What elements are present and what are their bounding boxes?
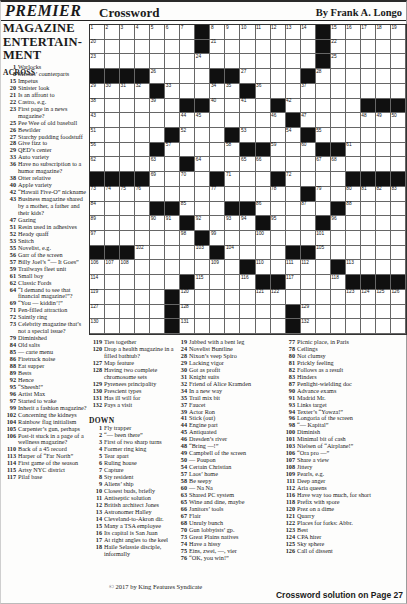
grid-cell[interactable]: 7 [180,25,195,40]
grid-cell[interactable] [301,99,316,114]
grid-cell[interactable] [391,305,406,320]
grid-cell[interactable]: 15 [331,25,346,40]
grid-cell[interactable]: 1 [90,25,105,40]
grid-cell[interactable] [271,40,286,55]
grid-cell[interactable] [331,99,346,114]
grid-cell[interactable] [346,305,361,320]
grid-cell[interactable] [150,305,165,320]
grid-cell[interactable]: 35 [225,84,240,99]
grid-cell[interactable] [150,290,165,305]
grid-cell[interactable] [240,54,255,69]
grid-cell[interactable] [240,231,255,246]
grid-cell[interactable]: 76 [135,187,150,202]
grid-cell[interactable]: 74 [105,187,120,202]
grid-cell[interactable]: 128 [180,305,195,320]
grid-cell[interactable] [225,40,240,55]
grid-cell[interactable]: 102 [135,246,150,261]
grid-cell[interactable] [271,69,286,84]
grid-cell[interactable]: 101 [316,231,331,246]
grid-cell[interactable] [346,157,361,172]
grid-cell[interactable]: 110 [256,260,271,275]
grid-cell[interactable] [225,305,240,320]
grid-cell[interactable]: 115 [195,275,210,290]
grid-cell[interactable]: 6 [165,25,180,40]
grid-cell[interactable] [376,260,391,275]
grid-cell[interactable]: 18 [376,25,391,40]
grid-cell[interactable] [376,216,391,231]
grid-cell[interactable] [331,290,346,305]
grid-cell[interactable] [376,128,391,143]
grid-cell[interactable] [180,187,195,202]
grid-cell[interactable] [391,143,406,158]
grid-cell[interactable] [376,246,391,261]
grid-cell[interactable] [346,216,361,231]
grid-cell[interactable]: 19 [391,25,406,40]
grid-cell[interactable]: 125 [376,290,391,305]
grid-cell[interactable]: 107 [105,260,120,275]
grid-cell[interactable] [346,54,361,69]
grid-cell[interactable] [376,84,391,99]
grid-cell[interactable] [376,54,391,69]
grid-cell[interactable] [120,319,135,334]
grid-cell[interactable] [225,187,240,202]
grid-cell[interactable] [165,113,180,128]
grid-cell[interactable]: 112 [301,260,316,275]
grid-cell[interactable] [391,319,406,334]
grid-cell[interactable] [195,260,210,275]
grid-cell[interactable] [225,319,240,334]
grid-cell[interactable] [286,202,301,217]
grid-cell[interactable] [180,143,195,158]
grid-cell[interactable] [135,216,150,231]
grid-cell[interactable]: 26 [150,69,165,84]
grid-cell[interactable] [150,260,165,275]
grid-cell[interactable]: 75 [120,187,135,202]
grid-cell[interactable]: 5 [150,25,165,40]
grid-cell[interactable]: 123 [346,290,361,305]
grid-cell[interactable]: 8 [210,25,225,40]
grid-cell[interactable] [301,40,316,55]
grid-cell[interactable] [150,128,165,143]
grid-cell[interactable] [210,128,225,143]
grid-cell[interactable]: 79 [316,187,331,202]
grid-cell[interactable]: 37 [301,84,316,99]
grid-cell[interactable] [165,99,180,114]
grid-cell[interactable]: 116 [240,275,255,290]
grid-cell[interactable]: 21 [210,40,225,55]
grid-cell[interactable] [195,319,210,334]
grid-cell[interactable]: 69 [150,172,165,187]
grid-cell[interactable] [120,113,135,128]
crossword-grid[interactable]: 1234567891011121314151617181920212223242… [89,24,407,335]
grid-cell[interactable] [165,69,180,84]
grid-cell[interactable] [120,275,135,290]
grid-cell[interactable] [346,231,361,246]
grid-cell[interactable]: 83 [391,187,406,202]
grid-cell[interactable] [346,69,361,84]
grid-cell[interactable]: 67 [316,157,331,172]
grid-cell[interactable]: 63 [150,157,165,172]
grid-cell[interactable]: 48 [361,113,376,128]
grid-cell[interactable]: 73 [90,187,105,202]
grid-cell[interactable] [165,231,180,246]
grid-cell[interactable]: 99 [210,231,225,246]
grid-cell[interactable]: 27 [240,69,255,84]
grid-cell[interactable] [195,69,210,84]
grid-cell[interactable]: 32 [135,84,150,99]
grid-cell[interactable]: 89 [90,216,105,231]
grid-cell[interactable]: 60 [301,143,316,158]
grid-cell[interactable]: 47 [301,113,316,128]
grid-cell[interactable] [301,231,316,246]
grid-cell[interactable] [105,202,120,217]
grid-cell[interactable] [316,172,331,187]
grid-cell[interactable]: 49 [376,113,391,128]
grid-cell[interactable]: 38 [90,99,105,114]
grid-cell[interactable]: 29 [90,84,105,99]
grid-cell[interactable] [271,54,286,69]
grid-cell[interactable] [376,69,391,84]
grid-cell[interactable] [361,319,376,334]
grid-cell[interactable] [240,290,255,305]
grid-cell[interactable]: 121 [256,290,271,305]
grid-cell[interactable] [165,172,180,187]
grid-cell[interactable] [331,69,346,84]
grid-cell[interactable] [256,187,271,202]
grid-cell[interactable] [120,40,135,55]
grid-cell[interactable]: 40 [210,99,225,114]
grid-cell[interactable]: 24 [195,54,210,69]
grid-cell[interactable]: 72 [286,172,301,187]
grid-cell[interactable]: 129 [301,305,316,320]
grid-cell[interactable]: 30 [105,84,120,99]
grid-cell[interactable]: 126 [391,290,406,305]
grid-cell[interactable] [331,113,346,128]
grid-cell[interactable] [376,202,391,217]
grid-cell[interactable] [256,113,271,128]
grid-cell[interactable] [271,319,286,334]
grid-cell[interactable]: 80 [346,187,361,202]
grid-cell[interactable]: 66 [256,157,271,172]
grid-cell[interactable] [225,157,240,172]
grid-cell[interactable]: 93 [225,216,240,231]
grid-cell[interactable] [105,275,120,290]
grid-cell[interactable] [301,290,316,305]
grid-cell[interactable]: 105 [316,246,331,261]
grid-cell[interactable]: 100 [256,231,271,246]
grid-cell[interactable] [316,113,331,128]
grid-cell[interactable]: 3 [120,25,135,40]
grid-cell[interactable] [391,231,406,246]
grid-cell[interactable] [256,319,271,334]
grid-cell[interactable]: 12 [271,25,286,40]
grid-cell[interactable] [210,275,225,290]
grid-cell[interactable]: 122 [271,290,286,305]
grid-cell[interactable]: 64 [195,157,210,172]
grid-cell[interactable] [271,157,286,172]
grid-cell[interactable] [210,319,225,334]
grid-cell[interactable] [256,99,271,114]
grid-cell[interactable]: 2 [105,25,120,40]
grid-cell[interactable] [210,54,225,69]
grid-cell[interactable]: 119 [90,290,105,305]
grid-cell[interactable] [225,231,240,246]
grid-cell[interactable] [150,113,165,128]
grid-cell[interactable] [256,69,271,84]
grid-cell[interactable] [195,143,210,158]
grid-cell[interactable]: 65 [240,157,255,172]
grid-cell[interactable]: 17 [361,25,376,40]
grid-cell[interactable] [150,187,165,202]
grid-cell[interactable] [316,290,331,305]
grid-cell[interactable] [391,157,406,172]
grid-cell[interactable] [180,54,195,69]
grid-cell[interactable]: 87 [301,202,316,217]
grid-cell[interactable] [331,172,346,187]
grid-cell[interactable] [286,40,301,55]
grid-cell[interactable] [225,290,240,305]
grid-cell[interactable] [331,128,346,143]
grid-cell[interactable] [150,40,165,55]
grid-cell[interactable]: 111 [286,260,301,275]
grid-cell[interactable] [105,290,120,305]
grid-cell[interactable] [331,305,346,320]
grid-cell[interactable] [105,143,120,158]
grid-cell[interactable]: 103 [195,246,210,261]
grid-cell[interactable] [105,157,120,172]
grid-cell[interactable] [286,69,301,84]
grid-cell[interactable] [316,275,331,290]
grid-cell[interactable] [376,231,391,246]
grid-cell[interactable] [240,113,255,128]
grid-cell[interactable]: 96 [331,216,346,231]
grid-cell[interactable] [361,260,376,275]
grid-cell[interactable]: 86 [256,202,271,217]
grid-cell[interactable]: 130 [90,319,105,334]
grid-cell[interactable]: 104 [225,246,240,261]
grid-cell[interactable] [361,231,376,246]
grid-cell[interactable] [346,128,361,143]
grid-cell[interactable] [120,99,135,114]
grid-cell[interactable]: 70 [180,172,195,187]
grid-cell[interactable] [180,260,195,275]
grid-cell[interactable]: 114 [90,275,105,290]
grid-cell[interactable]: 90 [150,216,165,231]
grid-cell[interactable] [391,84,406,99]
grid-cell[interactable] [316,260,331,275]
grid-cell[interactable] [316,319,331,334]
grid-cell[interactable] [256,305,271,320]
grid-cell[interactable] [286,290,301,305]
grid-cell[interactable] [165,54,180,69]
grid-cell[interactable] [316,84,331,99]
grid-cell[interactable] [150,246,165,261]
grid-cell[interactable] [316,99,331,114]
grid-cell[interactable] [331,246,346,261]
grid-cell[interactable]: 91 [165,216,180,231]
grid-cell[interactable] [286,143,301,158]
grid-cell[interactable]: 118 [331,275,346,290]
grid-cell[interactable]: 61 [346,143,361,158]
grid-cell[interactable] [150,319,165,334]
grid-cell[interactable] [180,40,195,55]
grid-cell[interactable]: 55 [316,128,331,143]
grid-cell[interactable]: 41 [240,99,255,114]
grid-cell[interactable] [120,128,135,143]
grid-cell[interactable]: 98 [180,231,195,246]
grid-cell[interactable] [135,54,150,69]
grid-cell[interactable] [286,231,301,246]
grid-cell[interactable] [271,202,286,217]
grid-cell[interactable] [135,260,150,275]
grid-cell[interactable] [271,246,286,261]
grid-cell[interactable] [361,305,376,320]
grid-cell[interactable] [391,246,406,261]
grid-cell[interactable]: 28 [316,69,331,84]
grid-cell[interactable] [240,172,255,187]
grid-cell[interactable] [210,216,225,231]
grid-cell[interactable] [301,157,316,172]
grid-cell[interactable] [120,157,135,172]
grid-cell[interactable] [120,305,135,320]
grid-cell[interactable] [195,187,210,202]
grid-cell[interactable] [180,69,195,84]
grid-cell[interactable] [210,143,225,158]
grid-cell[interactable]: 31 [120,84,135,99]
grid-cell[interactable] [286,157,301,172]
grid-cell[interactable]: 127 [90,305,105,320]
grid-cell[interactable] [240,187,255,202]
grid-cell[interactable]: 22 [331,40,346,55]
grid-cell[interactable] [135,113,150,128]
grid-cell[interactable] [271,305,286,320]
grid-cell[interactable] [120,290,135,305]
grid-cell[interactable] [165,40,180,55]
grid-cell[interactable] [391,54,406,69]
grid-cell[interactable]: 45 [195,113,210,128]
grid-cell[interactable]: 85 [180,202,195,217]
grid-cell[interactable] [256,128,271,143]
grid-cell[interactable] [240,40,255,55]
grid-cell[interactable] [256,54,271,69]
grid-cell[interactable] [120,202,135,217]
grid-cell[interactable] [271,231,286,246]
grid-cell[interactable] [271,128,286,143]
grid-cell[interactable] [346,246,361,261]
grid-cell[interactable]: 46 [271,113,286,128]
grid-cell[interactable] [105,40,120,55]
grid-cell[interactable] [105,54,120,69]
grid-cell[interactable] [165,246,180,261]
grid-cell[interactable] [301,275,316,290]
grid-cell[interactable] [256,246,271,261]
grid-cell[interactable] [376,40,391,55]
grid-cell[interactable]: 84 [90,202,105,217]
grid-cell[interactable] [195,305,210,320]
grid-cell[interactable]: 117 [286,275,301,290]
grid-cell[interactable] [361,84,376,99]
grid-cell[interactable] [346,319,361,334]
grid-cell[interactable] [180,246,195,261]
grid-cell[interactable]: 13 [286,25,301,40]
grid-cell[interactable]: 109 [210,260,225,275]
grid-cell[interactable] [391,216,406,231]
grid-cell[interactable] [195,172,210,187]
grid-cell[interactable] [361,54,376,69]
grid-cell[interactable] [361,246,376,261]
grid-cell[interactable]: 50 [391,113,406,128]
grid-cell[interactable]: 36 [256,84,271,99]
grid-cell[interactable]: 132 [301,319,316,334]
grid-cell[interactable] [361,202,376,217]
grid-cell[interactable]: 94 [240,216,255,231]
grid-cell[interactable] [346,113,361,128]
grid-cell[interactable] [361,69,376,84]
grid-cell[interactable]: 77 [210,187,225,202]
grid-cell[interactable] [286,54,301,69]
grid-cell[interactable] [195,290,210,305]
grid-cell[interactable]: 33 [165,84,180,99]
grid-cell[interactable] [150,275,165,290]
grid-cell[interactable]: 43 [90,113,105,128]
grid-cell[interactable] [331,231,346,246]
grid-cell[interactable] [135,290,150,305]
grid-cell[interactable]: 81 [361,187,376,202]
grid-cell[interactable]: 4 [135,25,150,40]
grid-cell[interactable] [225,99,240,114]
grid-cell[interactable] [210,290,225,305]
grid-cell[interactable] [210,202,225,217]
grid-cell[interactable] [195,202,210,217]
grid-cell[interactable]: 97 [90,231,105,246]
grid-cell[interactable]: 9 [225,25,240,40]
grid-cell[interactable] [165,187,180,202]
grid-cell[interactable]: 92 [195,216,210,231]
grid-cell[interactable]: 59 [271,143,286,158]
grid-cell[interactable] [361,157,376,172]
grid-cell[interactable]: 120 [180,290,195,305]
grid-cell[interactable]: 51 [90,128,105,143]
grid-cell[interactable] [376,157,391,172]
grid-cell[interactable] [135,40,150,55]
grid-cell[interactable]: 25 [331,54,346,69]
grid-cell[interactable] [105,128,120,143]
grid-cell[interactable] [391,69,406,84]
grid-cell[interactable] [135,99,150,114]
grid-cell[interactable] [135,231,150,246]
grid-cell[interactable] [135,202,150,217]
grid-cell[interactable]: 62 [90,157,105,172]
grid-cell[interactable] [135,319,150,334]
grid-cell[interactable] [165,157,180,172]
grid-cell[interactable] [331,84,346,99]
grid-cell[interactable] [376,305,391,320]
grid-cell[interactable] [286,187,301,202]
grid-cell[interactable] [301,216,316,231]
grid-cell[interactable]: 56 [90,143,105,158]
grid-cell[interactable]: 52 [180,128,195,143]
grid-cell[interactable] [240,246,255,261]
grid-cell[interactable]: 20 [90,40,105,55]
grid-cell[interactable] [240,305,255,320]
grid-cell[interactable] [180,84,195,99]
grid-cell[interactable]: 42 [286,99,301,114]
grid-cell[interactable] [391,40,406,55]
grid-cell[interactable] [391,202,406,217]
grid-cell[interactable] [165,260,180,275]
grid-cell[interactable] [286,84,301,99]
grid-cell[interactable] [316,202,331,217]
